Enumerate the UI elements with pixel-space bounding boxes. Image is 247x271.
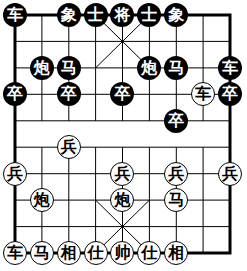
intersection-f2-r6[interactable] <box>28 134 55 160</box>
black-cannon[interactable]: 炮 <box>137 56 161 80</box>
intersection-f9-r8[interactable] <box>217 187 244 213</box>
intersection-f8-r8[interactable] <box>190 187 217 213</box>
black-soldier[interactable]: 卒 <box>218 82 242 106</box>
red-horse[interactable]: 马 <box>164 188 188 212</box>
intersection-f9-r3[interactable]: 车 <box>217 55 244 81</box>
intersection-f2-r4[interactable] <box>28 81 55 107</box>
intersection-f7-r4[interactable] <box>163 81 190 107</box>
intersection-f9-r6[interactable] <box>217 134 244 160</box>
intersection-f2-r9[interactable] <box>28 213 55 239</box>
intersection-f4-r3[interactable] <box>82 55 109 81</box>
intersection-f3-r4[interactable]: 卒 <box>55 81 82 107</box>
intersection-f7-r8[interactable]: 马 <box>163 187 190 213</box>
intersection-f9-r2[interactable] <box>217 28 244 54</box>
black-cannon[interactable]: 炮 <box>30 56 54 80</box>
intersection-f2-r3[interactable]: 炮 <box>28 55 55 81</box>
intersection-f1-r9[interactable] <box>2 213 29 239</box>
intersection-f4-r5[interactable] <box>82 108 109 134</box>
intersection-f9-r5[interactable] <box>217 108 244 134</box>
intersection-f6-r8[interactable] <box>136 187 163 213</box>
intersection-f2-r10[interactable]: 马 <box>28 240 55 266</box>
intersection-f3-r8[interactable] <box>55 187 82 213</box>
intersection-f7-r2[interactable] <box>163 28 190 54</box>
red-soldier[interactable]: 兵 <box>110 162 134 186</box>
intersection-f5-r6[interactable] <box>109 134 136 160</box>
intersection-f6-r7[interactable] <box>136 160 163 186</box>
intersection-f5-r3[interactable] <box>109 55 136 81</box>
black-horse[interactable]: 马 <box>164 56 188 80</box>
intersection-f9-r10[interactable] <box>217 240 244 266</box>
intersection-f8-r5[interactable] <box>190 108 217 134</box>
intersection-f5-r8[interactable]: 炮 <box>109 187 136 213</box>
black-soldier[interactable]: 卒 <box>110 82 134 106</box>
intersection-f3-r3[interactable]: 马 <box>55 55 82 81</box>
black-chariot[interactable]: 车 <box>3 3 27 27</box>
intersection-f6-r1[interactable]: 士 <box>136 2 163 28</box>
intersection-f6-r2[interactable] <box>136 28 163 54</box>
black-advisor[interactable]: 士 <box>84 3 108 27</box>
intersection-f4-r6[interactable] <box>82 134 109 160</box>
intersection-f6-r6[interactable] <box>136 134 163 160</box>
intersection-f8-r1[interactable] <box>190 2 217 28</box>
intersection-f9-r4[interactable]: 卒 <box>217 81 244 107</box>
intersection-f1-r1[interactable]: 车 <box>2 2 29 28</box>
intersection-f8-r6[interactable] <box>190 134 217 160</box>
intersection-f6-r4[interactable] <box>136 81 163 107</box>
red-soldier[interactable]: 兵 <box>3 162 27 186</box>
red-soldier[interactable]: 兵 <box>57 135 81 159</box>
red-general[interactable]: 帅 <box>110 241 134 265</box>
intersection-f4-r9[interactable] <box>82 213 109 239</box>
black-elephant[interactable]: 象 <box>164 3 188 27</box>
intersection-f8-r10[interactable] <box>190 240 217 266</box>
intersection-f7-r3[interactable]: 马 <box>163 55 190 81</box>
intersection-f8-r4[interactable]: 车 <box>190 81 217 107</box>
black-soldier[interactable]: 卒 <box>57 82 81 106</box>
black-general[interactable]: 将 <box>110 3 134 27</box>
intersection-f8-r9[interactable] <box>190 213 217 239</box>
intersection-f1-r10[interactable]: 车 <box>2 240 29 266</box>
intersection-f5-r7[interactable]: 兵 <box>109 160 136 186</box>
intersection-f1-r2[interactable] <box>2 28 29 54</box>
intersection-f9-r9[interactable] <box>217 213 244 239</box>
red-elephant[interactable]: 相 <box>164 241 188 265</box>
board-grid: 车象士将士象炮马炮马车卒卒卒车卒卒兵兵兵兵兵炮炮马车马相仕帅仕相 <box>2 2 244 266</box>
intersection-f9-r1[interactable] <box>217 2 244 28</box>
red-horse[interactable]: 马 <box>30 241 54 265</box>
red-chariot[interactable]: 车 <box>3 241 27 265</box>
intersection-f5-r1[interactable]: 将 <box>109 2 136 28</box>
black-advisor[interactable]: 士 <box>137 3 161 27</box>
intersection-f8-r7[interactable] <box>190 160 217 186</box>
black-chariot[interactable]: 车 <box>218 56 242 80</box>
intersection-f7-r10[interactable]: 相 <box>163 240 190 266</box>
intersection-f2-r8[interactable]: 炮 <box>28 187 55 213</box>
red-elephant[interactable]: 相 <box>57 241 81 265</box>
red-soldier[interactable]: 兵 <box>218 162 242 186</box>
intersection-f3-r6[interactable]: 兵 <box>55 134 82 160</box>
intersection-f2-r1[interactable] <box>28 2 55 28</box>
intersection-f1-r5[interactable] <box>2 108 29 134</box>
intersection-f3-r9[interactable] <box>55 213 82 239</box>
intersection-f4-r7[interactable] <box>82 160 109 186</box>
intersection-f5-r4[interactable]: 卒 <box>109 81 136 107</box>
intersection-f4-r1[interactable]: 士 <box>82 2 109 28</box>
black-horse[interactable]: 马 <box>57 56 81 80</box>
red-advisor[interactable]: 仕 <box>84 241 108 265</box>
intersection-f3-r7[interactable] <box>55 160 82 186</box>
intersection-f7-r7[interactable]: 兵 <box>163 160 190 186</box>
intersection-f3-r2[interactable] <box>55 28 82 54</box>
black-soldier[interactable]: 卒 <box>3 82 27 106</box>
xiangqi-board: 车象士将士象炮马炮马车卒卒卒车卒卒兵兵兵兵兵炮炮马车马相仕帅仕相 <box>0 0 247 271</box>
intersection-f1-r7[interactable]: 兵 <box>2 160 29 186</box>
intersection-f7-r5[interactable]: 卒 <box>163 108 190 134</box>
intersection-f7-r9[interactable] <box>163 213 190 239</box>
intersection-f9-r7[interactable]: 兵 <box>217 160 244 186</box>
intersection-f1-r3[interactable] <box>2 55 29 81</box>
intersection-f5-r10[interactable]: 帅 <box>109 240 136 266</box>
intersection-f4-r8[interactable] <box>82 187 109 213</box>
intersection-f8-r2[interactable] <box>190 28 217 54</box>
intersection-f3-r1[interactable]: 象 <box>55 2 82 28</box>
red-soldier[interactable]: 兵 <box>164 162 188 186</box>
intersection-f5-r2[interactable] <box>109 28 136 54</box>
intersection-f1-r6[interactable] <box>2 134 29 160</box>
intersection-f6-r5[interactable] <box>136 108 163 134</box>
black-elephant[interactable]: 象 <box>57 3 81 27</box>
intersection-f3-r10[interactable]: 相 <box>55 240 82 266</box>
intersection-f4-r4[interactable] <box>82 81 109 107</box>
red-cannon[interactable]: 炮 <box>110 188 134 212</box>
intersection-f5-r9[interactable] <box>109 213 136 239</box>
intersection-f2-r7[interactable] <box>28 160 55 186</box>
intersection-f4-r2[interactable] <box>82 28 109 54</box>
red-advisor[interactable]: 仕 <box>137 241 161 265</box>
intersection-f8-r3[interactable] <box>190 55 217 81</box>
intersection-f1-r8[interactable] <box>2 187 29 213</box>
red-chariot[interactable]: 车 <box>191 82 215 106</box>
intersection-f3-r5[interactable] <box>55 108 82 134</box>
intersection-f1-r4[interactable]: 卒 <box>2 81 29 107</box>
intersection-f2-r2[interactable] <box>28 28 55 54</box>
intersection-f5-r5[interactable] <box>109 108 136 134</box>
intersection-f7-r1[interactable]: 象 <box>163 2 190 28</box>
intersection-f4-r10[interactable]: 仕 <box>82 240 109 266</box>
intersection-f7-r6[interactable] <box>163 134 190 160</box>
intersection-f6-r9[interactable] <box>136 213 163 239</box>
black-soldier[interactable]: 卒 <box>164 109 188 133</box>
intersection-f2-r5[interactable] <box>28 108 55 134</box>
intersection-f6-r10[interactable]: 仕 <box>136 240 163 266</box>
red-cannon[interactable]: 炮 <box>30 188 54 212</box>
intersection-f6-r3[interactable]: 炮 <box>136 55 163 81</box>
